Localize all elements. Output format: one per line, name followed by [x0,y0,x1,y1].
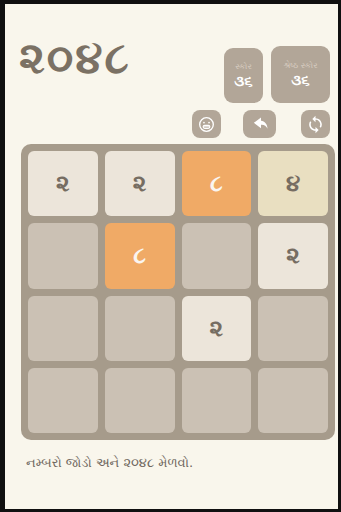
tile-r3c3 [258,368,328,433]
undo-button[interactable] [243,110,276,138]
tile-r1c2 [182,223,252,288]
tile-r0c3: ૪ [258,151,328,216]
best-score-box: શ્રેષ્ઠ સ્કોર ૩૬ [271,46,330,103]
page-title: ૨૦૪૮ [19,34,131,82]
tile-r1c3: ૨ [258,223,328,288]
tile-r0c0: ૨ [28,151,98,216]
tile-r0c2: ૮ [182,151,252,216]
back-arrow-icon [250,114,270,134]
score-box: સ્કોર ૩૬ [224,48,263,103]
score-label: સ્કોર [233,62,254,71]
tile-r1c0 [28,223,98,288]
tile-r2c3 [258,296,328,361]
tile-r3c2 [182,368,252,433]
grinning-face-icon [197,115,216,134]
smiley-button[interactable] [192,110,221,138]
best-score-label: શ્રેષ્ઠ સ્કોર [281,61,319,70]
tile-r1c1: ૮ [105,223,175,288]
app-window: ૨૦૪૮ સ્કોર ૩૬ શ્રેષ્ઠ સ્કોર ૩૬ [0,0,341,512]
best-score-value: ૩૬ [291,73,309,88]
score-value: ૩૬ [234,74,252,89]
tile-r3c0 [28,368,98,433]
tile-r2c0 [28,296,98,361]
tile-r2c2: ૨ [182,296,252,361]
instruction-text: નમ્બરો જોડો અને ૨૦૪૮ મેળવો. [26,455,193,471]
restart-button[interactable] [301,110,330,138]
game-board[interactable]: ૨ ૨ ૮ ૪ ૮ ૨ ૨ [21,144,335,440]
refresh-icon [306,115,325,134]
tile-r2c1 [105,296,175,361]
tile-r3c1 [105,368,175,433]
tile-r0c1: ૨ [105,151,175,216]
